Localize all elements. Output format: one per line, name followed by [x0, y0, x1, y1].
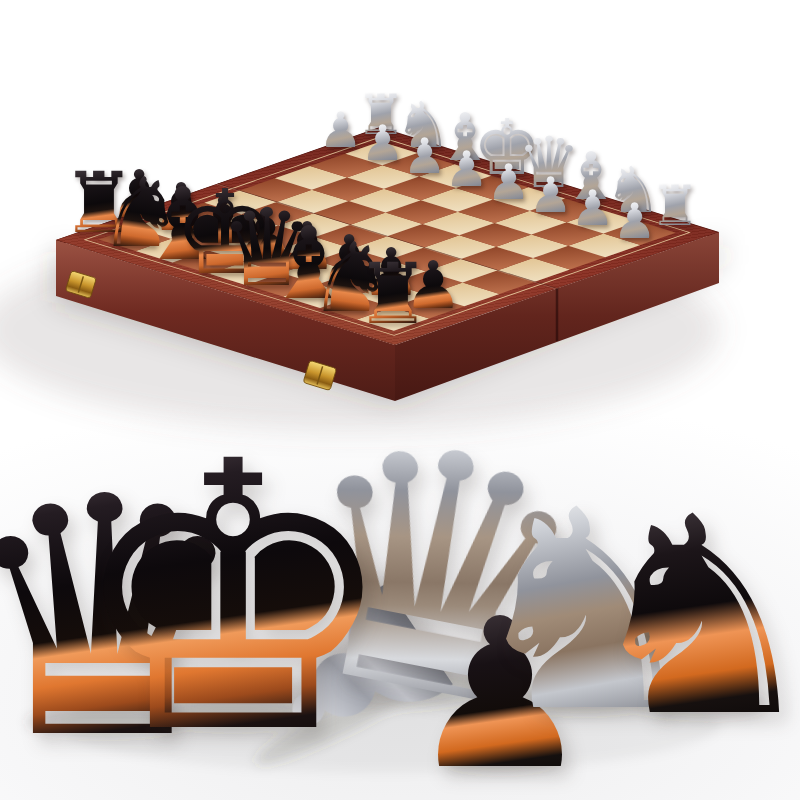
product-photo-scene: ♜♞♝♛♚♝♞♜♟♟♟♟♟♟♟♟♟♟♟♟♟♟♟♟♜♞♝♛♚♝♞♜ ♟♛♛♚♟♞♞ — [0, 0, 800, 800]
display-piece-shadows — [0, 0, 800, 800]
